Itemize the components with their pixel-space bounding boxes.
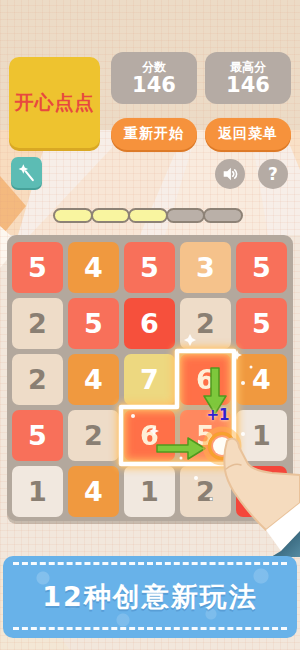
tile-r3c1[interactable]: 2 <box>12 354 63 405</box>
tile-r1c3[interactable]: 5 <box>124 242 175 293</box>
restart-button[interactable]: 重新开始 <box>111 118 197 150</box>
tile-value: 5 <box>196 420 215 451</box>
tile-r2c4[interactable]: 2 <box>180 298 231 349</box>
tile-r1c4[interactable]: 3 <box>180 242 231 293</box>
speaker-icon <box>221 164 239 184</box>
tile-r4c5[interactable]: 1 <box>236 410 287 461</box>
promo-banner: 12种创意新玩法 <box>3 556 297 638</box>
game-title-box: 开心点点 <box>9 57 100 148</box>
back-to-menu-button[interactable]: 返回菜单 <box>205 118 291 150</box>
tile-r3c2[interactable]: 4 <box>68 354 119 405</box>
score-label: 分数 <box>142 60 166 74</box>
board-grid: 545352562524764526511412 <box>7 235 293 522</box>
tile-r5c5[interactable] <box>236 466 287 517</box>
magic-wand-button[interactable] <box>11 157 42 188</box>
tile-r5c2[interactable]: 4 <box>68 466 119 517</box>
tile-value: 4 <box>84 252 103 283</box>
best-score-label: 最高分 <box>230 60 266 74</box>
help-button[interactable]: ? <box>258 159 288 189</box>
tile-value: 5 <box>252 252 271 283</box>
menu-button-label: 返回菜单 <box>218 125 278 143</box>
tile-value: 1 <box>252 420 271 451</box>
tile-value: 2 <box>28 364 47 395</box>
progress-segment <box>166 208 206 223</box>
banner-dashed-line <box>13 627 287 630</box>
tile-r1c5[interactable]: 5 <box>236 242 287 293</box>
tile-r3c4[interactable]: 6 <box>180 354 231 405</box>
score-panel: 分数 146 <box>111 52 197 104</box>
tile-r4c2[interactable]: 2 <box>68 410 119 461</box>
question-mark-icon: ? <box>268 164 278 184</box>
magic-wand-icon <box>17 161 36 185</box>
tile-value: 2 <box>28 308 47 339</box>
tile-r4c4[interactable]: 5 <box>180 410 231 461</box>
tile-r5c1[interactable]: 1 <box>12 466 63 517</box>
tile-r4c1[interactable]: 5 <box>12 410 63 461</box>
tile-r4c3[interactable]: 6 <box>124 410 175 461</box>
tile-value: 1 <box>28 476 47 507</box>
tile-value: 5 <box>252 308 271 339</box>
tile-r2c1[interactable]: 2 <box>12 298 63 349</box>
sound-button[interactable] <box>215 159 245 189</box>
app-screen: 开心点点 分数 146 最高分 146 重新开始 返回菜单 ? 54535256… <box>0 0 300 650</box>
progress-segment <box>203 208 243 223</box>
tile-value: 5 <box>28 252 47 283</box>
tile-r1c2[interactable]: 4 <box>68 242 119 293</box>
tile-value: 5 <box>140 252 159 283</box>
tile-value: 3 <box>196 252 215 283</box>
progress-segment <box>128 208 168 223</box>
page-title: 开心点点 <box>15 90 95 116</box>
tile-value: 4 <box>84 476 103 507</box>
tile-value: 2 <box>196 308 215 339</box>
tile-value: 6 <box>140 420 159 451</box>
tile-value: 6 <box>196 364 215 395</box>
tile-r2c5[interactable]: 5 <box>236 298 287 349</box>
tile-r1c1[interactable]: 5 <box>12 242 63 293</box>
best-score-panel: 最高分 146 <box>205 52 291 104</box>
tile-value: 7 <box>140 364 159 395</box>
banner-text: 12种创意新玩法 <box>42 579 258 615</box>
banner-dashed-line <box>13 562 287 565</box>
tile-r3c3[interactable]: 7 <box>124 354 175 405</box>
tile-r3c5[interactable]: 4 <box>236 354 287 405</box>
score-value: 146 <box>132 74 176 97</box>
tile-value: 4 <box>84 364 103 395</box>
restart-button-label: 重新开始 <box>124 125 184 143</box>
game-board: 545352562524764526511412 <box>7 235 293 521</box>
progress-segment <box>53 208 93 223</box>
tile-r2c2[interactable]: 5 <box>68 298 119 349</box>
tile-value: 6 <box>140 308 159 339</box>
progress-segment <box>91 208 131 223</box>
best-score-value: 146 <box>226 74 270 97</box>
tile-value: 2 <box>196 476 215 507</box>
tile-value: 5 <box>28 420 47 451</box>
tile-value: 5 <box>84 308 103 339</box>
progress-bar <box>53 208 243 223</box>
tile-r5c3[interactable]: 1 <box>124 466 175 517</box>
tile-value: 1 <box>140 476 159 507</box>
tile-value: 4 <box>252 364 271 395</box>
tile-value: 2 <box>84 420 103 451</box>
tile-r5c4[interactable]: 2 <box>180 466 231 517</box>
tile-r2c3[interactable]: 6 <box>124 298 175 349</box>
